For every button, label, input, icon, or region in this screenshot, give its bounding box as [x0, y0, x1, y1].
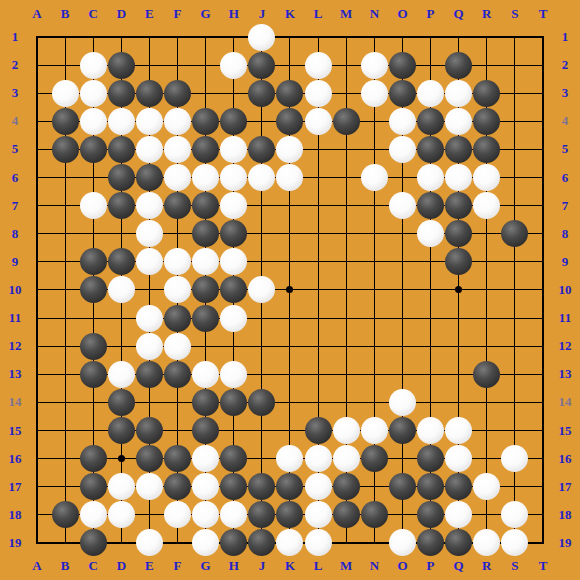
column-label-top: N — [363, 7, 385, 21]
column-label-top: S — [504, 7, 526, 21]
white-stone[interactable] — [501, 501, 528, 528]
black-stone[interactable] — [361, 501, 388, 528]
black-stone[interactable] — [248, 136, 275, 163]
white-stone[interactable] — [445, 417, 472, 444]
white-stone[interactable] — [333, 445, 360, 472]
white-stone[interactable] — [333, 417, 360, 444]
row-label-left: 19 — [1, 536, 29, 550]
black-stone[interactable] — [164, 473, 191, 500]
black-stone[interactable] — [417, 529, 444, 556]
white-stone[interactable] — [192, 529, 219, 556]
white-stone[interactable] — [52, 80, 79, 107]
black-stone[interactable] — [248, 473, 275, 500]
row-label-right: 5 — [551, 142, 579, 156]
black-stone[interactable] — [136, 164, 163, 191]
white-stone[interactable] — [501, 445, 528, 472]
black-stone[interactable] — [192, 305, 219, 332]
white-stone[interactable] — [164, 333, 191, 360]
white-stone[interactable] — [164, 164, 191, 191]
black-stone[interactable] — [389, 417, 416, 444]
white-stone[interactable] — [220, 192, 247, 219]
column-label-top: C — [82, 7, 104, 21]
black-stone[interactable] — [473, 80, 500, 107]
column-label-bottom: P — [420, 559, 442, 573]
white-stone[interactable] — [220, 136, 247, 163]
row-label-right: 4 — [551, 114, 579, 128]
column-label-bottom: E — [138, 559, 160, 573]
row-label-left: 13 — [1, 367, 29, 381]
white-stone[interactable] — [220, 248, 247, 275]
row-label-right: 2 — [551, 58, 579, 72]
white-stone[interactable] — [276, 164, 303, 191]
white-stone[interactable] — [192, 164, 219, 191]
black-stone[interactable] — [164, 80, 191, 107]
black-stone[interactable] — [276, 80, 303, 107]
white-stone[interactable] — [305, 52, 332, 79]
column-label-top: B — [54, 7, 76, 21]
white-stone[interactable] — [417, 220, 444, 247]
black-stone[interactable] — [417, 501, 444, 528]
row-label-right: 12 — [551, 339, 579, 353]
white-stone[interactable] — [389, 108, 416, 135]
white-stone[interactable] — [361, 164, 388, 191]
column-label-top: F — [167, 7, 189, 21]
black-stone[interactable] — [192, 276, 219, 303]
column-label-bottom: H — [223, 559, 245, 573]
black-stone[interactable] — [445, 136, 472, 163]
black-stone[interactable] — [108, 136, 135, 163]
go-board[interactable]: AABBCCDDEEFFGGHHJJKKLLMMNNOOPPQQRRSSTT11… — [0, 0, 580, 580]
white-stone[interactable] — [220, 164, 247, 191]
white-stone[interactable] — [473, 192, 500, 219]
row-label-left: 2 — [1, 58, 29, 72]
white-stone[interactable] — [389, 136, 416, 163]
white-stone[interactable] — [136, 220, 163, 247]
column-label-bottom: A — [26, 559, 48, 573]
white-stone[interactable] — [136, 192, 163, 219]
black-stone[interactable] — [108, 52, 135, 79]
white-stone[interactable] — [220, 361, 247, 388]
column-label-bottom: N — [363, 559, 385, 573]
black-stone[interactable] — [276, 108, 303, 135]
white-stone[interactable] — [276, 445, 303, 472]
row-label-right: 7 — [551, 199, 579, 213]
black-stone[interactable] — [276, 501, 303, 528]
white-stone[interactable] — [305, 529, 332, 556]
black-stone[interactable] — [164, 445, 191, 472]
black-stone[interactable] — [192, 136, 219, 163]
column-label-top: T — [532, 7, 554, 21]
white-stone[interactable] — [361, 417, 388, 444]
black-stone[interactable] — [333, 501, 360, 528]
row-label-left: 16 — [1, 452, 29, 466]
white-stone[interactable] — [276, 529, 303, 556]
row-label-left: 6 — [1, 171, 29, 185]
column-label-bottom: F — [167, 559, 189, 573]
white-stone[interactable] — [136, 248, 163, 275]
white-stone[interactable] — [248, 276, 275, 303]
row-label-left: 11 — [1, 311, 29, 325]
black-stone[interactable] — [108, 417, 135, 444]
white-stone[interactable] — [80, 108, 107, 135]
white-stone[interactable] — [136, 529, 163, 556]
row-label-right: 17 — [551, 480, 579, 494]
column-label-top: Q — [448, 7, 470, 21]
column-label-top: O — [391, 7, 413, 21]
black-stone[interactable] — [445, 220, 472, 247]
white-stone[interactable] — [361, 80, 388, 107]
white-stone[interactable] — [192, 248, 219, 275]
black-stone[interactable] — [473, 108, 500, 135]
grid-line-horizontal — [36, 346, 544, 347]
white-stone[interactable] — [473, 473, 500, 500]
star-point — [286, 286, 293, 293]
white-stone[interactable] — [108, 276, 135, 303]
white-stone[interactable] — [136, 473, 163, 500]
white-stone[interactable] — [136, 136, 163, 163]
black-stone[interactable] — [220, 108, 247, 135]
black-stone[interactable] — [248, 389, 275, 416]
black-stone[interactable] — [164, 192, 191, 219]
star-point — [455, 286, 462, 293]
row-label-left: 14 — [1, 395, 29, 409]
black-stone[interactable] — [220, 389, 247, 416]
white-stone[interactable] — [192, 501, 219, 528]
white-stone[interactable] — [136, 305, 163, 332]
row-label-right: 3 — [551, 86, 579, 100]
row-label-right: 15 — [551, 424, 579, 438]
black-stone[interactable] — [220, 445, 247, 472]
black-stone[interactable] — [389, 473, 416, 500]
column-label-top: D — [110, 7, 132, 21]
black-stone[interactable] — [108, 389, 135, 416]
column-label-top: E — [138, 7, 160, 21]
black-stone[interactable] — [80, 529, 107, 556]
column-label-bottom: R — [476, 559, 498, 573]
column-label-bottom: G — [195, 559, 217, 573]
white-stone[interactable] — [164, 276, 191, 303]
row-label-left: 15 — [1, 424, 29, 438]
white-stone[interactable] — [417, 417, 444, 444]
white-stone[interactable] — [305, 80, 332, 107]
black-stone[interactable] — [80, 445, 107, 472]
black-stone[interactable] — [473, 136, 500, 163]
black-stone[interactable] — [445, 248, 472, 275]
white-stone[interactable] — [164, 248, 191, 275]
white-stone[interactable] — [501, 529, 528, 556]
black-stone[interactable] — [136, 80, 163, 107]
column-label-top: R — [476, 7, 498, 21]
white-stone[interactable] — [248, 164, 275, 191]
black-stone[interactable] — [52, 501, 79, 528]
black-stone[interactable] — [80, 361, 107, 388]
white-stone[interactable] — [473, 529, 500, 556]
black-stone[interactable] — [108, 80, 135, 107]
black-stone[interactable] — [192, 220, 219, 247]
column-label-bottom: B — [54, 559, 76, 573]
black-stone[interactable] — [192, 108, 219, 135]
white-stone[interactable] — [389, 529, 416, 556]
white-stone[interactable] — [417, 80, 444, 107]
black-stone[interactable] — [248, 501, 275, 528]
black-stone[interactable] — [389, 52, 416, 79]
black-stone[interactable] — [248, 529, 275, 556]
row-label-right: 1 — [551, 30, 579, 44]
row-label-left: 12 — [1, 339, 29, 353]
black-stone[interactable] — [473, 361, 500, 388]
black-stone[interactable] — [305, 417, 332, 444]
row-label-right: 9 — [551, 255, 579, 269]
row-label-right: 8 — [551, 227, 579, 241]
row-label-right: 14 — [551, 395, 579, 409]
white-stone[interactable] — [276, 136, 303, 163]
row-label-left: 5 — [1, 142, 29, 156]
white-stone[interactable] — [220, 305, 247, 332]
column-label-top: J — [251, 7, 273, 21]
white-stone[interactable] — [164, 108, 191, 135]
grid-line-horizontal — [36, 318, 544, 319]
black-stone[interactable] — [80, 473, 107, 500]
white-stone[interactable] — [108, 108, 135, 135]
black-stone[interactable] — [136, 417, 163, 444]
white-stone[interactable] — [361, 52, 388, 79]
black-stone[interactable] — [80, 136, 107, 163]
row-label-right: 6 — [551, 171, 579, 185]
black-stone[interactable] — [164, 361, 191, 388]
white-stone[interactable] — [192, 445, 219, 472]
white-stone[interactable] — [164, 136, 191, 163]
black-stone[interactable] — [52, 136, 79, 163]
black-stone[interactable] — [108, 164, 135, 191]
row-label-left: 1 — [1, 30, 29, 44]
black-stone[interactable] — [389, 80, 416, 107]
column-label-bottom: C — [82, 559, 104, 573]
column-label-bottom: M — [335, 559, 357, 573]
white-stone[interactable] — [417, 164, 444, 191]
black-stone[interactable] — [248, 80, 275, 107]
row-label-right: 18 — [551, 508, 579, 522]
black-stone[interactable] — [80, 276, 107, 303]
column-label-bottom: K — [279, 559, 301, 573]
column-label-bottom: T — [532, 559, 554, 573]
black-stone[interactable] — [501, 220, 528, 247]
black-stone[interactable] — [108, 248, 135, 275]
row-label-left: 18 — [1, 508, 29, 522]
black-stone[interactable] — [80, 333, 107, 360]
black-stone[interactable] — [192, 417, 219, 444]
white-stone[interactable] — [445, 445, 472, 472]
row-label-right: 13 — [551, 367, 579, 381]
black-stone[interactable] — [417, 108, 444, 135]
black-stone[interactable] — [52, 108, 79, 135]
white-stone[interactable] — [108, 473, 135, 500]
white-stone[interactable] — [80, 52, 107, 79]
row-label-right: 11 — [551, 311, 579, 325]
black-stone[interactable] — [417, 473, 444, 500]
white-stone[interactable] — [445, 108, 472, 135]
black-stone[interactable] — [417, 192, 444, 219]
black-stone[interactable] — [333, 108, 360, 135]
white-stone[interactable] — [445, 501, 472, 528]
white-stone[interactable] — [305, 501, 332, 528]
row-label-left: 17 — [1, 480, 29, 494]
white-stone[interactable] — [136, 333, 163, 360]
black-stone[interactable] — [136, 361, 163, 388]
black-stone[interactable] — [136, 445, 163, 472]
white-stone[interactable] — [192, 473, 219, 500]
black-stone[interactable] — [80, 248, 107, 275]
black-stone[interactable] — [445, 473, 472, 500]
row-label-left: 4 — [1, 114, 29, 128]
black-stone[interactable] — [192, 192, 219, 219]
row-label-left: 10 — [1, 283, 29, 297]
column-label-top: P — [420, 7, 442, 21]
column-label-bottom: D — [110, 559, 132, 573]
column-label-bottom: S — [504, 559, 526, 573]
white-stone[interactable] — [389, 389, 416, 416]
black-stone[interactable] — [220, 276, 247, 303]
white-stone[interactable] — [389, 192, 416, 219]
white-stone[interactable] — [164, 501, 191, 528]
white-stone[interactable] — [305, 108, 332, 135]
white-stone[interactable] — [80, 501, 107, 528]
row-label-left: 8 — [1, 227, 29, 241]
column-label-top: A — [26, 7, 48, 21]
column-label-bottom: O — [391, 559, 413, 573]
row-label-right: 10 — [551, 283, 579, 297]
column-label-bottom: L — [307, 559, 329, 573]
row-label-left: 9 — [1, 255, 29, 269]
black-stone[interactable] — [248, 52, 275, 79]
row-label-left: 7 — [1, 199, 29, 213]
black-stone[interactable] — [417, 136, 444, 163]
black-stone[interactable] — [220, 529, 247, 556]
row-label-right: 16 — [551, 452, 579, 466]
black-stone[interactable] — [220, 220, 247, 247]
white-stone[interactable] — [248, 24, 275, 51]
white-stone[interactable] — [220, 52, 247, 79]
white-stone[interactable] — [305, 445, 332, 472]
white-stone[interactable] — [473, 164, 500, 191]
black-stone[interactable] — [164, 305, 191, 332]
black-stone[interactable] — [276, 473, 303, 500]
white-stone[interactable] — [80, 80, 107, 107]
row-label-right: 19 — [551, 536, 579, 550]
black-stone[interactable] — [220, 473, 247, 500]
black-stone[interactable] — [417, 445, 444, 472]
black-stone[interactable] — [361, 445, 388, 472]
column-label-top: G — [195, 7, 217, 21]
white-stone[interactable] — [305, 473, 332, 500]
column-label-top: K — [279, 7, 301, 21]
column-label-bottom: J — [251, 559, 273, 573]
black-stone[interactable] — [192, 389, 219, 416]
star-point — [118, 455, 125, 462]
white-stone[interactable] — [445, 80, 472, 107]
column-label-top: H — [223, 7, 245, 21]
white-stone[interactable] — [80, 192, 107, 219]
white-stone[interactable] — [445, 164, 472, 191]
column-label-bottom: Q — [448, 559, 470, 573]
grid-line-vertical — [542, 36, 544, 544]
black-stone[interactable] — [445, 192, 472, 219]
black-stone[interactable] — [333, 473, 360, 500]
black-stone[interactable] — [445, 529, 472, 556]
black-stone[interactable] — [445, 52, 472, 79]
column-label-top: L — [307, 7, 329, 21]
white-stone[interactable] — [136, 108, 163, 135]
white-stone[interactable] — [192, 361, 219, 388]
white-stone[interactable] — [220, 501, 247, 528]
black-stone[interactable] — [108, 192, 135, 219]
row-label-left: 3 — [1, 86, 29, 100]
white-stone[interactable] — [108, 361, 135, 388]
column-label-top: M — [335, 7, 357, 21]
white-stone[interactable] — [108, 501, 135, 528]
